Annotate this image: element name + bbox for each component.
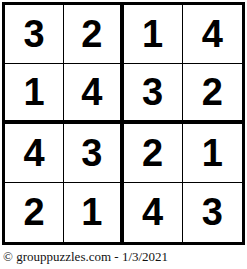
cell-r2c3: 3 xyxy=(124,64,183,123)
cell-r2c4: 2 xyxy=(183,64,242,123)
cell-r3c4: 1 xyxy=(183,124,242,183)
cell-r4c1: 2 xyxy=(5,183,64,242)
cell-r3c1: 4 xyxy=(5,124,64,183)
cell-r4c3: 4 xyxy=(124,183,183,242)
cell-r3c3: 2 xyxy=(124,124,183,183)
cell-r1c2: 2 xyxy=(64,5,123,64)
cell-r2c1: 1 xyxy=(5,64,64,123)
sudoku-board: 3 2 1 4 1 4 3 2 4 3 2 1 2 1 4 3 xyxy=(2,2,245,245)
cell-r2c2: 4 xyxy=(64,64,123,123)
cell-r4c4: 3 xyxy=(183,183,242,242)
copyright-credit: © grouppuzzles.com - 1/3/2021 xyxy=(3,249,168,265)
cell-r1c1: 3 xyxy=(5,5,64,64)
cell-r1c4: 4 xyxy=(183,5,242,64)
cell-r1c3: 1 xyxy=(124,5,183,64)
cell-r4c2: 1 xyxy=(64,183,123,242)
cell-r3c2: 3 xyxy=(64,124,123,183)
